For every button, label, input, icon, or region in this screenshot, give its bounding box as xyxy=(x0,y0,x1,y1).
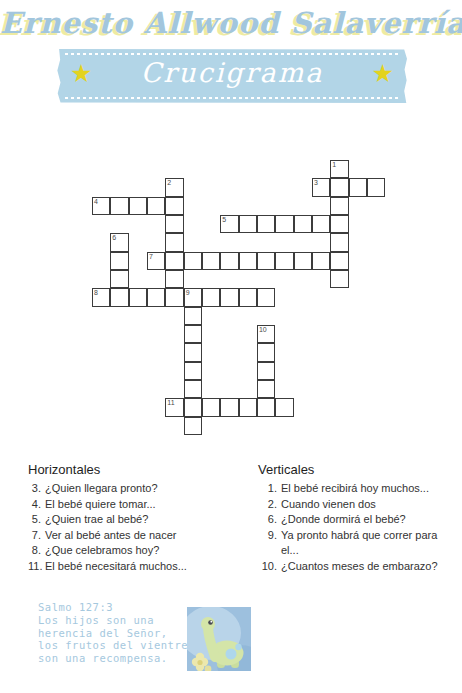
verse-line: herencia del Señor, xyxy=(38,627,188,640)
grid-cell[interactable] xyxy=(165,197,183,215)
cell-number: 11 xyxy=(167,399,174,407)
clue-item-text: ¿Donde dormirá el bebé? xyxy=(281,512,458,528)
grid-cell[interactable] xyxy=(330,178,348,196)
grid-cell[interactable] xyxy=(184,398,202,416)
grid-cell[interactable] xyxy=(110,288,128,306)
clue-item: 1.El bebé recibirá hoy muchos... xyxy=(258,481,458,497)
grid-cell[interactable] xyxy=(239,215,257,233)
grid-cell[interactable] xyxy=(220,398,238,416)
clue-item-text: El bebé recibirá hoy muchos... xyxy=(281,481,458,497)
grid-cell[interactable] xyxy=(110,252,128,270)
grid-cell[interactable] xyxy=(330,233,348,251)
grid-cell[interactable] xyxy=(367,178,385,196)
worksheet-page: Ernesto Allwood Salaverría ★ Crucigrama … xyxy=(0,0,462,693)
clue-item: 5.¿Quien trae al bebé? xyxy=(28,512,243,528)
grid-cell[interactable]: 1 xyxy=(330,160,348,178)
grid-cell[interactable] xyxy=(165,270,183,288)
grid-cell[interactable] xyxy=(110,270,128,288)
clue-item-text: Ya pronto habrá que correr para el... xyxy=(281,528,458,559)
down-clues-section: Verticales 1.El bebé recibirá hoy muchos… xyxy=(258,462,458,575)
grid-cell[interactable] xyxy=(184,362,202,380)
clue-item-text: Cuando vienen dos xyxy=(281,497,458,513)
clue-item: 7.Ver al bebé antes de nacer xyxy=(28,528,243,544)
clue-item-number: 4. xyxy=(28,497,41,513)
grid-cell[interactable] xyxy=(239,252,257,270)
grid-cell[interactable] xyxy=(202,398,220,416)
clue-item-text: El bebé quiere tomar... xyxy=(45,497,243,513)
banner-title: Crucigrama xyxy=(57,57,407,88)
clue-item-number: 10. xyxy=(258,559,277,575)
grid-cell[interactable] xyxy=(165,288,183,306)
cell-number: 1 xyxy=(332,161,336,169)
clue-item: 3.¿Quien llegara pronto? xyxy=(28,481,243,497)
grid-cell[interactable] xyxy=(294,252,312,270)
grid-cell[interactable]: 5 xyxy=(220,215,238,233)
grid-cell[interactable] xyxy=(239,288,257,306)
grid-cell[interactable] xyxy=(257,343,275,361)
grid-cell[interactable] xyxy=(257,380,275,398)
clue-item: 4.El bebé quiere tomar... xyxy=(28,497,243,513)
cell-number: 9 xyxy=(186,289,190,297)
clue-item-number: 8. xyxy=(28,543,41,559)
clue-item: 6.¿Donde dormirá el bebé? xyxy=(258,512,458,528)
across-heading: Horizontales xyxy=(28,462,243,477)
verse-line: son una recompensa. xyxy=(38,652,188,665)
grid-cell[interactable] xyxy=(330,215,348,233)
down-clue-list: 1.El bebé recibirá hoy muchos...2.Cuando… xyxy=(258,481,458,575)
grid-cell[interactable] xyxy=(202,288,220,306)
grid-cell[interactable] xyxy=(257,215,275,233)
grid-cell[interactable] xyxy=(275,398,293,416)
clue-item-text: ¿Quien llegara pronto? xyxy=(45,481,243,497)
grid-cell[interactable] xyxy=(184,343,202,361)
clue-item-text: ¿Quien trae al bebé? xyxy=(45,512,243,528)
crossword-grid: 1234567891011 xyxy=(92,160,385,435)
grid-cell[interactable] xyxy=(184,252,202,270)
grid-cell[interactable] xyxy=(257,362,275,380)
banner: ★ Crucigrama ★ xyxy=(57,49,407,103)
clue-item-number: 9. xyxy=(258,528,277,559)
grid-cell[interactable]: 7 xyxy=(147,252,165,270)
grid-cell[interactable] xyxy=(239,398,257,416)
cell-number: 5 xyxy=(222,216,226,224)
grid-cell[interactable] xyxy=(129,197,147,215)
page-title: Ernesto Allwood Salaverría xyxy=(0,6,462,40)
grid-cell[interactable] xyxy=(312,215,330,233)
down-heading: Verticales xyxy=(258,462,458,477)
verse-line: los frutos del vientre xyxy=(38,639,188,652)
grid-cell[interactable] xyxy=(220,252,238,270)
verse-line: Los hijos son una xyxy=(38,614,188,627)
clue-item-number: 2. xyxy=(258,497,277,513)
clue-item-text: El bebé necesitará muchos... xyxy=(45,559,243,575)
grid-cell[interactable] xyxy=(147,288,165,306)
clue-item-number: 1. xyxy=(258,481,277,497)
turtle-illustration xyxy=(187,607,251,671)
grid-cell[interactable]: 9 xyxy=(184,288,202,306)
grid-cell[interactable] xyxy=(294,215,312,233)
grid-cell[interactable] xyxy=(312,252,330,270)
grid-cell[interactable] xyxy=(330,270,348,288)
grid-cell[interactable] xyxy=(184,380,202,398)
grid-cell[interactable] xyxy=(257,252,275,270)
grid-cell[interactable]: 8 xyxy=(92,288,110,306)
grid-cell[interactable] xyxy=(165,252,183,270)
cell-number: 6 xyxy=(112,234,116,242)
grid-cell[interactable] xyxy=(165,233,183,251)
grid-cell[interactable] xyxy=(165,215,183,233)
grid-cell[interactable] xyxy=(275,215,293,233)
clue-item-number: 5. xyxy=(28,512,41,528)
clue-item: 2.Cuando vienen dos xyxy=(258,497,458,513)
grid-cell[interactable] xyxy=(349,178,367,196)
grid-cell[interactable] xyxy=(184,417,202,435)
clue-item-number: 3. xyxy=(28,481,41,497)
grid-cell[interactable] xyxy=(275,252,293,270)
clue-item: 9.Ya pronto habrá que correr para el... xyxy=(258,528,458,559)
grid-cell[interactable] xyxy=(330,252,348,270)
grid-cell[interactable]: 3 xyxy=(312,178,330,196)
banner-dashed-line-bottom xyxy=(65,97,399,99)
clue-item-number: 11. xyxy=(28,559,41,575)
grid-cell[interactable] xyxy=(257,398,275,416)
clue-item-text: ¿Que celebramos hoy? xyxy=(45,543,243,559)
clue-item: 8.¿Que celebramos hoy? xyxy=(28,543,243,559)
grid-cell[interactable] xyxy=(147,197,165,215)
cell-number: 3 xyxy=(314,179,318,187)
grid-cell[interactable]: 10 xyxy=(257,325,275,343)
clue-item-text: Ver al bebé antes de nacer xyxy=(45,528,243,544)
grid-cell[interactable] xyxy=(257,288,275,306)
clue-item-text: ¿Cuantos meses de embarazo? xyxy=(281,559,458,575)
cell-number: 7 xyxy=(149,253,153,261)
grid-cell[interactable] xyxy=(129,288,147,306)
banner-dashed-line-top xyxy=(65,53,399,55)
star-icon-right: ★ xyxy=(372,61,394,86)
clue-item-number: 7. xyxy=(28,528,41,544)
bible-verse: Salmo 127:3Los hijos son unaherencia del… xyxy=(38,601,188,665)
cell-number: 4 xyxy=(94,198,98,206)
across-clue-list: 3.¿Quien llegara pronto?4.El bebé quiere… xyxy=(28,481,243,575)
grid-cell[interactable]: 6 xyxy=(110,233,128,251)
cell-number: 10 xyxy=(259,326,267,334)
verse-line: Salmo 127:3 xyxy=(38,601,188,614)
grid-cell[interactable] xyxy=(202,252,220,270)
grid-cell[interactable] xyxy=(184,325,202,343)
grid-cell[interactable]: 11 xyxy=(165,398,183,416)
cell-number: 2 xyxy=(167,179,171,187)
grid-cell[interactable]: 2 xyxy=(165,178,183,196)
grid-cell[interactable] xyxy=(110,197,128,215)
grid-cell[interactable] xyxy=(184,307,202,325)
clue-item: 10.¿Cuantos meses de embarazo? xyxy=(258,559,458,575)
across-clues-section: Horizontales 3.¿Quien llegara pronto?4.E… xyxy=(28,462,243,575)
grid-cell[interactable] xyxy=(330,197,348,215)
clue-item-number: 6. xyxy=(258,512,277,528)
cell-number: 8 xyxy=(94,289,98,297)
grid-cell[interactable] xyxy=(220,288,238,306)
grid-cell[interactable]: 4 xyxy=(92,197,110,215)
clue-item: 11.El bebé necesitará muchos... xyxy=(28,559,243,575)
